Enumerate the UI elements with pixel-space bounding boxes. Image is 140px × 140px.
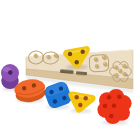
piece-hole [117, 95, 121, 99]
piece-red-flower [97, 89, 131, 124]
peg-highlight [95, 65, 96, 66]
piece-hole [109, 114, 113, 118]
peg-highlight [119, 69, 120, 70]
peg-highlight [54, 54, 55, 55]
peg-highlight [34, 54, 35, 55]
peg [54, 53, 58, 57]
piece-hole [81, 50, 85, 54]
peg [122, 72, 126, 76]
peg-highlight [47, 55, 48, 56]
peg [34, 54, 38, 58]
piece-hole [78, 103, 82, 107]
piece-hole [107, 95, 111, 99]
peg [114, 65, 118, 69]
peg [102, 55, 106, 59]
peg [94, 57, 98, 61]
peg [122, 64, 126, 68]
peg-highlight [104, 63, 105, 64]
piece-hole [8, 70, 12, 74]
purple-circle-holes [8, 70, 12, 74]
peg [118, 69, 122, 73]
peg [103, 62, 107, 66]
piece-yellow-triangle [72, 95, 92, 110]
toy-product-photo [0, 0, 140, 140]
peg-highlight [123, 64, 124, 65]
piece-hole [103, 104, 107, 108]
piece-purple-circle [1, 64, 19, 89]
peg-highlight [115, 66, 116, 67]
peg [95, 64, 99, 68]
peg-highlight [123, 72, 124, 73]
piece-hole [68, 52, 72, 56]
piece-hole [75, 95, 79, 99]
peg-highlight [115, 74, 116, 75]
peg-highlight [94, 58, 95, 59]
scene [0, 0, 140, 140]
peg [46, 55, 50, 59]
piece-hole [84, 96, 88, 100]
piece-hole [112, 104, 116, 108]
peg [114, 73, 118, 77]
peg-highlight [103, 56, 104, 57]
piece-hole [75, 60, 79, 64]
